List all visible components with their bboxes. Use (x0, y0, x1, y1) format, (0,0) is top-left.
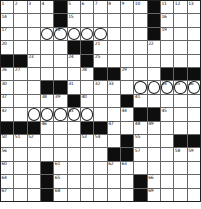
cell-r10c11[interactable]: 48 (134, 122, 146, 134)
cell-r4c1[interactable]: 20 (1, 41, 13, 53)
cell-r11c7[interactable]: 53 (81, 135, 93, 147)
cell-r15c3[interactable] (28, 189, 40, 201)
cell-r6c4[interactable] (41, 68, 53, 80)
cell-r8c1[interactable]: 37 (1, 95, 13, 107)
clue-number: 36 (188, 81, 193, 86)
cell-r4c5[interactable] (54, 41, 66, 53)
cell-r9c3[interactable] (28, 108, 40, 120)
cell-r12c6[interactable] (68, 148, 80, 160)
black-square (148, 1, 160, 13)
cell-r12c3[interactable] (28, 148, 40, 160)
cell-r6c2[interactable]: 27 (14, 68, 26, 80)
clue-number: 45 (161, 108, 166, 113)
cell-r14c15[interactable] (188, 175, 200, 187)
cell-r8c2[interactable] (14, 95, 26, 107)
cell-r12c4[interactable] (41, 148, 53, 160)
cell-r11c13[interactable] (161, 135, 173, 147)
clue-number: 2 (15, 1, 18, 6)
clue-number: 16 (161, 14, 166, 19)
clue-number: 22 (148, 41, 153, 46)
cell-r13c10[interactable]: 63 (121, 162, 133, 174)
circle-marker (28, 108, 40, 120)
black-square (94, 68, 106, 80)
clue-number: 62 (108, 161, 113, 166)
clue-number: 42 (2, 108, 7, 113)
cell-r4c10[interactable] (121, 41, 133, 53)
circle-marker (68, 28, 80, 40)
cell-r6c10[interactable]: 29 (121, 68, 133, 80)
cell-r2c9[interactable] (108, 14, 120, 26)
cell-r3c3[interactable] (28, 28, 40, 40)
clue-number: 68 (55, 188, 60, 193)
clue-number: 7 (95, 1, 98, 6)
cell-r9c10[interactable]: 44 (121, 108, 133, 120)
clue-number: 12 (175, 1, 180, 6)
clue-number: 51 (15, 134, 20, 139)
clue-number: 3 (28, 1, 31, 6)
cell-r8c7[interactable]: 40 (81, 95, 93, 107)
clue-number: 29 (121, 67, 126, 72)
cell-r4c12[interactable]: 22 (148, 41, 160, 53)
cell-r3c15[interactable] (188, 28, 200, 40)
cell-r5c6[interactable]: 24 (68, 55, 80, 67)
cell-r8c14[interactable] (174, 95, 186, 107)
black-square (108, 148, 120, 160)
cell-r14c10[interactable] (121, 175, 133, 187)
cell-r15c2[interactable] (14, 189, 26, 201)
circle-marker (81, 108, 93, 120)
clue-number: 39 (55, 94, 60, 99)
cell-r12c2[interactable] (14, 148, 26, 160)
cell-r15c14[interactable] (174, 189, 186, 201)
cell-r9c15[interactable] (188, 108, 200, 120)
cell-r12c8[interactable] (94, 148, 106, 160)
clue-number: 15 (68, 14, 73, 19)
cell-r2c13[interactable]: 16 (161, 14, 173, 26)
cell-r7c9[interactable]: 33 (108, 81, 120, 93)
cell-r9c8[interactable] (94, 108, 106, 120)
clue-number: 58 (175, 148, 180, 153)
cell-r4c3[interactable] (28, 41, 40, 53)
black-square (148, 14, 160, 26)
cell-r4c11[interactable] (134, 41, 146, 53)
cell-r9c6[interactable]: 43 (68, 108, 80, 120)
cell-r15c5[interactable]: 68 (54, 189, 66, 201)
cell-r2c2[interactable] (14, 14, 26, 26)
clue-number: 23 (28, 54, 33, 59)
clue-number: 4 (41, 1, 44, 6)
cell-r7c14[interactable]: 35 (174, 81, 186, 93)
black-square (188, 135, 200, 147)
cell-r14c9[interactable] (108, 175, 120, 187)
cell-r4c4[interactable] (41, 41, 53, 53)
cell-r1c1[interactable]: 1 (1, 1, 13, 13)
cell-r7c3[interactable] (28, 81, 40, 93)
cell-r9c9[interactable] (108, 108, 120, 120)
cell-r2c1[interactable]: 14 (1, 14, 13, 26)
cell-r14c14[interactable] (174, 175, 186, 187)
cell-r7c12[interactable] (148, 81, 160, 93)
cell-r5c11[interactable] (134, 55, 146, 67)
cell-r10c5[interactable] (54, 122, 66, 134)
clue-number: 17 (2, 27, 7, 32)
cell-r10c13[interactable] (161, 122, 173, 134)
cell-r5c14[interactable] (174, 55, 186, 67)
cell-r9c2[interactable] (14, 108, 26, 120)
black-square (14, 55, 26, 67)
cell-r5c4[interactable] (41, 55, 53, 67)
black-square (68, 95, 80, 107)
cell-r3c8[interactable] (94, 28, 106, 40)
black-square (54, 81, 66, 93)
cell-r1c7[interactable]: 6 (81, 1, 93, 13)
cell-r14c6[interactable] (68, 175, 80, 187)
cell-r3c13[interactable]: 19 (161, 28, 173, 40)
cell-r8c5[interactable]: 39 (54, 95, 66, 107)
cell-r15c15[interactable] (188, 189, 200, 201)
cell-r13c11[interactable] (134, 162, 146, 174)
cell-r1c13[interactable]: 11 (161, 1, 173, 13)
cell-r3c6[interactable] (68, 28, 80, 40)
cell-r11c5[interactable] (54, 135, 66, 147)
clue-number: 9 (121, 1, 124, 6)
cell-r11c6[interactable] (68, 135, 80, 147)
black-square (148, 108, 160, 120)
clue-number: 57 (135, 148, 140, 153)
clue-number: 5 (68, 1, 71, 6)
cell-r10c10[interactable] (121, 122, 133, 134)
clue-number: 26 (2, 67, 7, 72)
cell-r8c15[interactable] (188, 95, 200, 107)
clue-number: 1 (2, 1, 5, 6)
cell-r14c8[interactable] (94, 175, 106, 187)
cell-r5c3[interactable]: 23 (28, 55, 40, 67)
cell-r5c12[interactable] (148, 55, 160, 67)
black-square (68, 41, 80, 53)
cell-r12c7[interactable] (81, 148, 93, 160)
clue-number: 11 (161, 1, 166, 6)
black-square (94, 122, 106, 134)
cell-r4c13[interactable] (161, 41, 173, 53)
cell-r8c12[interactable] (148, 95, 160, 107)
circle-marker (41, 108, 53, 120)
cell-r13c12[interactable] (148, 162, 160, 174)
clue-number: 28 (81, 67, 86, 72)
crossword-grid: 1234567891011121314151617181920212223242… (0, 0, 201, 202)
cell-r13c15[interactable] (188, 162, 200, 174)
cell-r7c11[interactable] (134, 81, 146, 93)
cell-r2c10[interactable] (121, 14, 133, 26)
cell-r11c9[interactable] (108, 135, 120, 147)
cell-r2c6[interactable]: 15 (68, 14, 80, 26)
clue-number: 25 (95, 54, 100, 59)
cell-r4c15[interactable] (188, 41, 200, 53)
cell-r8c11[interactable]: 41 (134, 95, 146, 107)
cell-r11c1[interactable]: 50 (1, 135, 13, 147)
cell-r11c8[interactable]: 54 (94, 135, 106, 147)
black-square (81, 41, 93, 53)
clue-number: 56 (2, 148, 7, 153)
cell-r7c2[interactable] (14, 81, 26, 93)
clue-number: 55 (135, 134, 140, 139)
cell-r10c4[interactable]: 46 (41, 122, 53, 134)
cell-r14c12[interactable]: 66 (148, 175, 160, 187)
cell-r14c3[interactable] (28, 175, 40, 187)
circle-marker (41, 28, 53, 40)
cell-r10c9[interactable]: 47 (108, 122, 120, 134)
cell-r8c8[interactable] (94, 95, 106, 107)
black-square (81, 55, 93, 67)
clue-number: 10 (135, 1, 140, 6)
cell-r8c13[interactable] (161, 95, 173, 107)
cell-r6c1[interactable]: 26 (1, 68, 13, 80)
cell-r5c10[interactable] (121, 55, 133, 67)
cell-r8c9[interactable] (108, 95, 120, 107)
cell-r6c6[interactable] (68, 68, 80, 80)
clue-number: 33 (108, 81, 113, 86)
cell-r11c4[interactable] (41, 135, 53, 147)
clue-number: 41 (135, 94, 140, 99)
cell-r4c8[interactable]: 21 (94, 41, 106, 53)
cell-r13c13[interactable] (161, 162, 173, 174)
clue-number: 21 (95, 41, 100, 46)
cell-r5c9[interactable] (108, 55, 120, 67)
cell-r3c9[interactable] (108, 28, 120, 40)
cell-r12c12[interactable] (148, 148, 160, 160)
clue-number: 18 (55, 27, 60, 32)
cell-r5c8[interactable]: 25 (94, 55, 106, 67)
cell-r13c3[interactable] (28, 162, 40, 174)
circle-marker (148, 81, 160, 93)
cell-r3c11[interactable] (134, 28, 146, 40)
cell-r3c2[interactable] (14, 28, 26, 40)
cell-r12c11[interactable]: 57 (134, 148, 146, 160)
cell-r15c12[interactable]: 69 (148, 189, 160, 201)
cell-r12c15[interactable]: 59 (188, 148, 200, 160)
cell-r1c6[interactable]: 5 (68, 1, 80, 13)
cell-r12c5[interactable] (54, 148, 66, 160)
cell-r3c10[interactable] (121, 28, 133, 40)
cell-r7c15[interactable]: 36 (188, 81, 200, 93)
black-square (188, 68, 200, 80)
clue-number: 67 (2, 188, 7, 193)
cell-r13c9[interactable]: 62 (108, 162, 120, 174)
cell-r9c7[interactable] (81, 108, 93, 120)
black-square (174, 135, 186, 147)
cell-r1c15[interactable]: 13 (188, 1, 200, 13)
clue-number: 13 (188, 1, 193, 6)
black-square (81, 122, 93, 134)
clue-number: 47 (108, 121, 113, 126)
cell-r7c7[interactable] (81, 81, 93, 93)
cell-r15c1[interactable]: 67 (1, 189, 13, 201)
black-square (54, 1, 66, 13)
clue-number: 46 (41, 121, 46, 126)
clue-number: 35 (175, 81, 180, 86)
clue-number: 38 (41, 94, 46, 99)
black-square (121, 148, 133, 160)
cell-r1c9[interactable]: 8 (108, 1, 120, 13)
clue-number: 37 (2, 94, 7, 99)
cell-r4c14[interactable] (174, 41, 186, 53)
black-square (28, 122, 40, 134)
cell-r13c6[interactable] (68, 162, 80, 174)
circle-marker (54, 108, 66, 120)
cell-r15c8[interactable] (94, 189, 106, 201)
black-square (41, 189, 53, 201)
cell-r8c4[interactable]: 38 (41, 95, 53, 107)
clue-number: 24 (68, 54, 73, 59)
cell-r15c9[interactable] (108, 189, 120, 201)
clue-number: 43 (68, 108, 73, 113)
clue-number: 49 (148, 121, 153, 126)
black-square (134, 189, 146, 201)
clue-number: 65 (55, 175, 60, 180)
clue-number: 30 (2, 81, 7, 86)
cell-r3c5[interactable]: 18 (54, 28, 66, 40)
cell-r5c15[interactable] (188, 55, 200, 67)
cell-r6c12[interactable] (148, 68, 160, 80)
cell-r10c6[interactable] (68, 122, 80, 134)
cell-r1c3[interactable]: 3 (28, 1, 40, 13)
black-square (1, 55, 13, 67)
cell-r1c10[interactable]: 9 (121, 1, 133, 13)
clue-number: 60 (2, 161, 7, 166)
cell-r2c15[interactable] (188, 14, 200, 26)
black-square (161, 68, 173, 80)
clue-number: 64 (2, 175, 7, 180)
clue-number: 6 (81, 1, 84, 6)
cell-r12c1[interactable]: 56 (1, 148, 13, 160)
cell-r7c10[interactable] (121, 81, 133, 93)
cell-r6c3[interactable] (28, 68, 40, 80)
clue-number: 66 (148, 175, 153, 180)
clue-number: 50 (2, 134, 7, 139)
cell-r1c11[interactable]: 10 (134, 1, 146, 13)
clue-number: 48 (135, 121, 140, 126)
clue-number: 59 (188, 148, 193, 153)
cell-r15c7[interactable] (81, 189, 93, 201)
cell-r11c2[interactable]: 51 (14, 135, 26, 147)
cell-r1c4[interactable]: 4 (41, 1, 53, 13)
clue-number: 19 (161, 27, 166, 32)
black-square (148, 28, 160, 40)
cell-r1c2[interactable]: 2 (14, 1, 26, 13)
cell-r13c14[interactable] (174, 162, 186, 174)
clue-number: 27 (15, 67, 20, 72)
cell-r13c5[interactable]: 61 (54, 162, 66, 174)
black-square (54, 14, 66, 26)
clue-number: 20 (2, 41, 7, 46)
cell-r11c11[interactable]: 55 (134, 135, 146, 147)
black-square (174, 68, 186, 80)
cell-r12c13[interactable] (161, 148, 173, 160)
cell-r14c7[interactable] (81, 175, 93, 187)
circle-marker (94, 28, 106, 40)
black-square (134, 175, 146, 187)
cell-r1c14[interactable]: 12 (174, 1, 186, 13)
cell-r2c4[interactable] (41, 14, 53, 26)
circle-marker (81, 28, 93, 40)
clue-number: 69 (148, 188, 153, 193)
cell-r15c13[interactable] (161, 189, 173, 201)
clue-number: 34 (161, 81, 166, 86)
cell-r6c5[interactable] (54, 68, 66, 80)
cell-r10c12[interactable]: 49 (148, 122, 160, 134)
cell-r5c5[interactable] (54, 55, 66, 67)
cell-r7c8[interactable]: 32 (94, 81, 106, 93)
clue-number: 31 (68, 81, 73, 86)
cell-r7c13[interactable]: 34 (161, 81, 173, 93)
cell-r9c1[interactable]: 42 (1, 108, 13, 120)
cell-r5c13[interactable] (161, 55, 173, 67)
black-square (1, 122, 13, 134)
cell-r7c6[interactable]: 31 (68, 81, 80, 93)
cell-r11c12[interactable] (148, 135, 160, 147)
cell-r10c15[interactable] (188, 122, 200, 134)
cell-r13c7[interactable] (81, 162, 93, 174)
black-square (134, 108, 146, 120)
cell-r7c1[interactable]: 30 (1, 81, 13, 93)
clue-number: 14 (2, 14, 7, 19)
black-square (14, 122, 26, 134)
cell-r8c3[interactable] (28, 95, 40, 107)
black-square (121, 95, 133, 107)
cell-r4c2[interactable] (14, 41, 26, 53)
cell-r2c8[interactable] (94, 14, 106, 26)
cell-r9c14[interactable] (174, 108, 186, 120)
cell-r2c14[interactable] (174, 14, 186, 26)
cell-r13c8[interactable] (94, 162, 106, 174)
cell-r2c7[interactable] (81, 14, 93, 26)
black-square (108, 68, 120, 80)
cell-r9c4[interactable] (41, 108, 53, 120)
clue-number: 53 (81, 134, 86, 139)
cell-r6c7[interactable]: 28 (81, 68, 93, 80)
clue-number: 32 (95, 81, 100, 86)
cell-r2c11[interactable] (134, 14, 146, 26)
black-square (41, 175, 53, 187)
cell-r14c2[interactable] (14, 175, 26, 187)
clue-number: 63 (121, 161, 126, 166)
cell-r3c4[interactable] (41, 28, 53, 40)
cell-r15c6[interactable] (68, 189, 80, 201)
cell-r3c14[interactable] (174, 28, 186, 40)
cell-r1c8[interactable]: 7 (94, 1, 106, 13)
cell-r13c1[interactable]: 60 (1, 162, 13, 174)
clue-number: 52 (28, 134, 33, 139)
cell-r2c3[interactable] (28, 14, 40, 26)
cell-r9c5[interactable] (54, 108, 66, 120)
cell-r3c1[interactable]: 17 (1, 28, 13, 40)
cell-r10c14[interactable] (174, 122, 186, 134)
cell-r9c13[interactable]: 45 (161, 108, 173, 120)
cell-r15c10[interactable] (121, 189, 133, 201)
cell-r14c5[interactable]: 65 (54, 175, 66, 187)
cell-r3c7[interactable] (81, 28, 93, 40)
cell-r14c1[interactable]: 64 (1, 175, 13, 187)
cell-r6c11[interactable] (134, 68, 146, 80)
cell-r12c14[interactable]: 58 (174, 148, 186, 160)
cell-r4c9[interactable] (108, 41, 120, 53)
cell-r14c13[interactable] (161, 175, 173, 187)
clue-number: 61 (55, 161, 60, 166)
clue-number: 44 (121, 108, 126, 113)
clue-number: 8 (108, 1, 111, 6)
cell-r13c2[interactable] (14, 162, 26, 174)
cell-r11c3[interactable]: 52 (28, 135, 40, 147)
clue-number: 54 (95, 134, 100, 139)
